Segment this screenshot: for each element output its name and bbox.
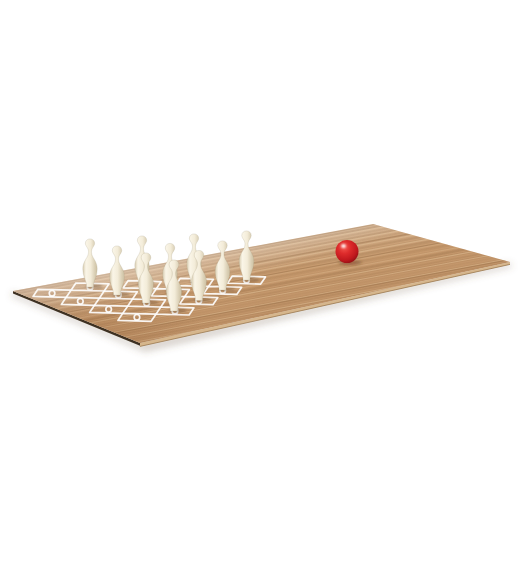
- bowling-pin-7: [83, 239, 97, 287]
- bowling-pin-3: [215, 241, 230, 290]
- bowling-scene: [0, 0, 520, 570]
- bowling-pin-8: [110, 246, 125, 295]
- ball-specular-highlight: [341, 244, 346, 248]
- product-photo-stage: [0, 0, 520, 570]
- bowling-ball: [336, 240, 359, 263]
- bowling-pin-1: [239, 231, 254, 280]
